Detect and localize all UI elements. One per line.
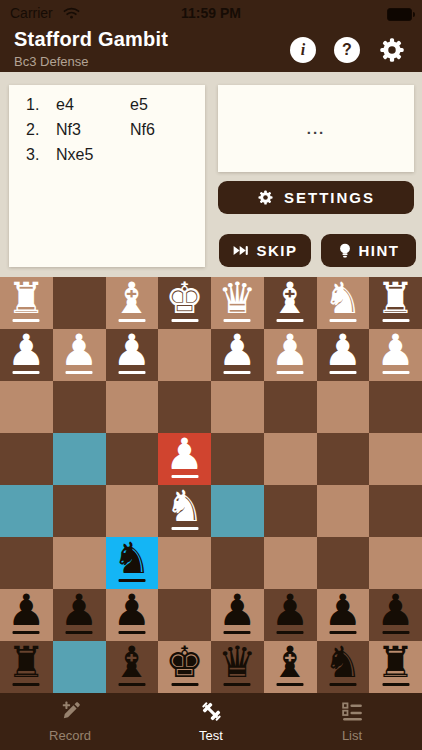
piece-base [13,319,40,323]
white-rook: ♜ [7,277,46,320]
black-move[interactable]: Nf6 [130,121,205,139]
square-g4[interactable] [53,433,106,485]
tab-list[interactable]: List [282,699,422,743]
square-d1[interactable]: ♛ [211,277,264,329]
piece-base [13,631,40,635]
piece-base [171,527,198,531]
black-rook: ♜ [7,641,46,684]
white-pawn: ♟ [60,329,99,372]
black-queen: ♛ [218,641,257,684]
square-a8[interactable]: ♜ [369,641,422,693]
square-a6[interactable] [369,537,422,589]
square-e3[interactable] [158,381,211,433]
piece-base [66,371,93,375]
square-g1[interactable] [53,277,106,329]
square-b6[interactable] [317,537,370,589]
skip-label: SKIP [256,242,297,259]
title-block: Stafford Gambit Bc3 Defense [14,28,168,69]
square-f4[interactable] [106,433,159,485]
square-d2[interactable]: ♟ [211,329,264,381]
black-pawn: ♟ [271,589,310,632]
piece-base [382,371,409,375]
square-c6[interactable] [264,537,317,589]
move-number: 3. [26,146,56,164]
square-g5[interactable] [53,485,106,537]
tab-label: Record [49,728,91,743]
black-pawn: ♟ [7,589,46,632]
piece-base [118,683,145,687]
black-move[interactable] [130,146,205,164]
square-g3[interactable] [53,381,106,433]
white-move[interactable]: e4 [56,96,130,114]
white-knight: ♞ [324,277,363,320]
piece-base [224,631,251,635]
white-king: ♚ [165,277,204,320]
black-king: ♚ [165,641,204,684]
white-pawn: ♟ [113,329,152,372]
square-h2[interactable]: ♟ [0,329,53,381]
square-c2[interactable]: ♟ [264,329,317,381]
tab-record[interactable]: Record [0,699,140,743]
square-d4[interactable] [211,433,264,485]
white-pawn: ♟ [7,329,46,372]
square-e2[interactable] [158,329,211,381]
battery-icon [387,8,412,21]
square-b2[interactable]: ♟ [317,329,370,381]
square-a4[interactable] [369,433,422,485]
black-pawn: ♟ [376,589,415,632]
piece-base [224,683,251,687]
white-pawn: ♟ [271,329,310,372]
piece-base [277,371,304,375]
square-b3[interactable] [317,381,370,433]
piece-base [329,683,356,687]
piece-base [382,683,409,687]
black-pawn: ♟ [324,589,363,632]
settings-label: SETTINGS [284,189,375,206]
black-bishop: ♝ [113,641,152,684]
piece-base [382,631,409,635]
piece-base [277,319,304,323]
piece-base [382,319,409,323]
square-h3[interactable] [0,381,53,433]
white-move[interactable]: Nxe5 [56,146,130,164]
list-icon [340,699,365,724]
square-h4[interactable] [0,433,53,485]
hint-button[interactable]: HINT [321,234,416,267]
lightbulb-icon [338,243,352,259]
square-b8[interactable]: ♞ [317,641,370,693]
piece-base [171,683,198,687]
move-list-panel: 1. e4 e5 2. Nf3 Nf6 3. Nxe5 [9,85,205,267]
piece-base [277,683,304,687]
piece-base [224,371,251,375]
header: Carrier 11:59 PM Stafford Gambit Bc3 Def… [0,0,422,72]
square-d5[interactable] [211,485,264,537]
app-screen: Carrier 11:59 PM Stafford Gambit Bc3 Def… [0,0,422,750]
square-f3[interactable] [106,381,159,433]
square-a2[interactable]: ♟ [369,329,422,381]
square-c1[interactable]: ♝ [264,277,317,329]
skip-icon [232,244,249,257]
square-h5[interactable] [0,485,53,537]
tab-label: Test [199,728,223,743]
square-h1[interactable]: ♜ [0,277,53,329]
black-pawn: ♟ [218,589,257,632]
waiting-dots: ... [307,120,326,137]
tab-test[interactable]: Test [141,699,281,743]
piece-base [13,371,40,375]
square-h6[interactable] [0,537,53,589]
white-bishop: ♝ [271,277,310,320]
piece-base [329,631,356,635]
square-c8[interactable]: ♝ [264,641,317,693]
piece-base [118,579,145,583]
white-knight: ♞ [165,485,204,528]
square-f1[interactable]: ♝ [106,277,159,329]
white-pawn: ♟ [376,329,415,372]
black-knight: ♞ [324,641,363,684]
white-pawn: ♟ [324,329,363,372]
piece-base [329,371,356,375]
white-queen: ♛ [218,277,257,320]
square-f5[interactable] [106,485,159,537]
piece-base [118,319,145,323]
square-h8[interactable]: ♜ [0,641,53,693]
piece-base [171,319,198,323]
piece-base [329,319,356,323]
chess-board: ♜♝♚♛♝♞♜♟♟♟♟♟♟♟♟♞♞♟♟♟♟♟♟♟♜♝♚♛♝♞♜ [0,277,422,693]
info-button[interactable]: i [290,37,316,63]
info-icon: i [301,41,305,59]
square-d6[interactable] [211,537,264,589]
square-c7[interactable]: ♟ [264,589,317,641]
move-number: 2. [26,121,56,139]
square-c3[interactable] [264,381,317,433]
square-e4[interactable]: ♟ [158,433,211,485]
opponent-move-panel: ... [218,85,414,172]
gear-icon [378,36,406,64]
piece-base [66,631,93,635]
square-d7[interactable]: ♟ [211,589,264,641]
hint-label: HINT [359,242,400,259]
square-f2[interactable]: ♟ [106,329,159,381]
square-f6[interactable]: ♞ [106,537,159,589]
square-g8[interactable] [53,641,106,693]
square-d8[interactable]: ♛ [211,641,264,693]
move-number: 1. [26,96,56,114]
status-bar: Carrier 11:59 PM [0,0,422,24]
square-b4[interactable] [317,433,370,485]
square-e8[interactable]: ♚ [158,641,211,693]
piece-base [171,475,198,479]
black-knight: ♞ [113,537,152,580]
black-rook: ♜ [376,641,415,684]
square-b1[interactable]: ♞ [317,277,370,329]
piece-base [118,631,145,635]
dumbbell-icon [199,699,224,724]
square-e6[interactable] [158,537,211,589]
help-button[interactable]: ? [334,37,360,63]
square-g6[interactable] [53,537,106,589]
white-rook: ♜ [376,277,415,320]
skip-button[interactable]: SKIP [219,234,311,267]
square-f8[interactable]: ♝ [106,641,159,693]
square-g2[interactable]: ♟ [53,329,106,381]
gear-button[interactable] [378,36,406,64]
square-g7[interactable]: ♟ [53,589,106,641]
tab-bar: Record Test [0,693,422,750]
piece-base [277,631,304,635]
square-a3[interactable] [369,381,422,433]
gear-icon [257,189,274,206]
black-move[interactable]: e5 [130,96,205,114]
square-e5[interactable]: ♞ [158,485,211,537]
black-pawn: ♟ [60,589,99,632]
square-e7[interactable] [158,589,211,641]
status-time: 11:59 PM [0,5,422,21]
page-title: Stafford Gambit [14,28,168,51]
white-bishop: ♝ [113,277,152,320]
square-f7[interactable]: ♟ [106,589,159,641]
square-a7[interactable]: ♟ [369,589,422,641]
black-pawn: ♟ [113,589,152,632]
square-c5[interactable] [264,485,317,537]
square-d3[interactable] [211,381,264,433]
square-a1[interactable]: ♜ [369,277,422,329]
pencil-plus-icon [58,699,83,724]
white-pawn: ♟ [218,329,257,372]
white-pawn: ♟ [165,433,204,476]
question-icon: ? [342,41,352,59]
square-h7[interactable]: ♟ [0,589,53,641]
piece-base [224,319,251,323]
settings-button[interactable]: SETTINGS [218,181,414,214]
piece-base [13,683,40,687]
page-subtitle: Bc3 Defense [14,54,168,69]
piece-base [118,371,145,375]
square-a5[interactable] [369,485,422,537]
square-e1[interactable]: ♚ [158,277,211,329]
black-bishop: ♝ [271,641,310,684]
tab-label: List [342,728,362,743]
square-b5[interactable] [317,485,370,537]
move-list: 1. e4 e5 2. Nf3 Nf6 3. Nxe5 [9,85,205,164]
square-c4[interactable] [264,433,317,485]
square-b7[interactable]: ♟ [317,589,370,641]
white-move[interactable]: Nf3 [56,121,130,139]
